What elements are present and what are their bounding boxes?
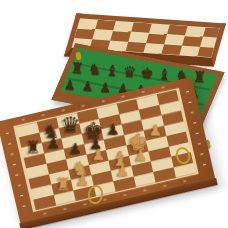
- black-queen: ♛: [61, 115, 81, 137]
- board-squares: ♞♛♜♟♚♟♟♟♟♟♚♞♝♟♜♟♟: [13, 88, 199, 212]
- stored-knight: ♞: [88, 62, 102, 78]
- stored-rook: ♜: [192, 69, 206, 85]
- stored-pawn: ♟: [64, 78, 77, 92]
- stored-bishop: ♝: [157, 67, 171, 83]
- stored-queen: ♛: [122, 65, 136, 81]
- stored-rook: ♜: [70, 61, 84, 77]
- stored-pawn: ♟: [81, 79, 94, 93]
- stored-bishop: ♝: [105, 63, 119, 79]
- stored-king: ♚: [140, 66, 154, 82]
- chess-set-product-photo: ♜♞♝♛♚♝♞♜ ♟♟♟♟♟♟♟♟ ♞♛♜♟♚♟♟♟♟♟♚♞♝♟♜♟♟: [0, 0, 228, 228]
- stored-pawn: ♟: [99, 80, 112, 94]
